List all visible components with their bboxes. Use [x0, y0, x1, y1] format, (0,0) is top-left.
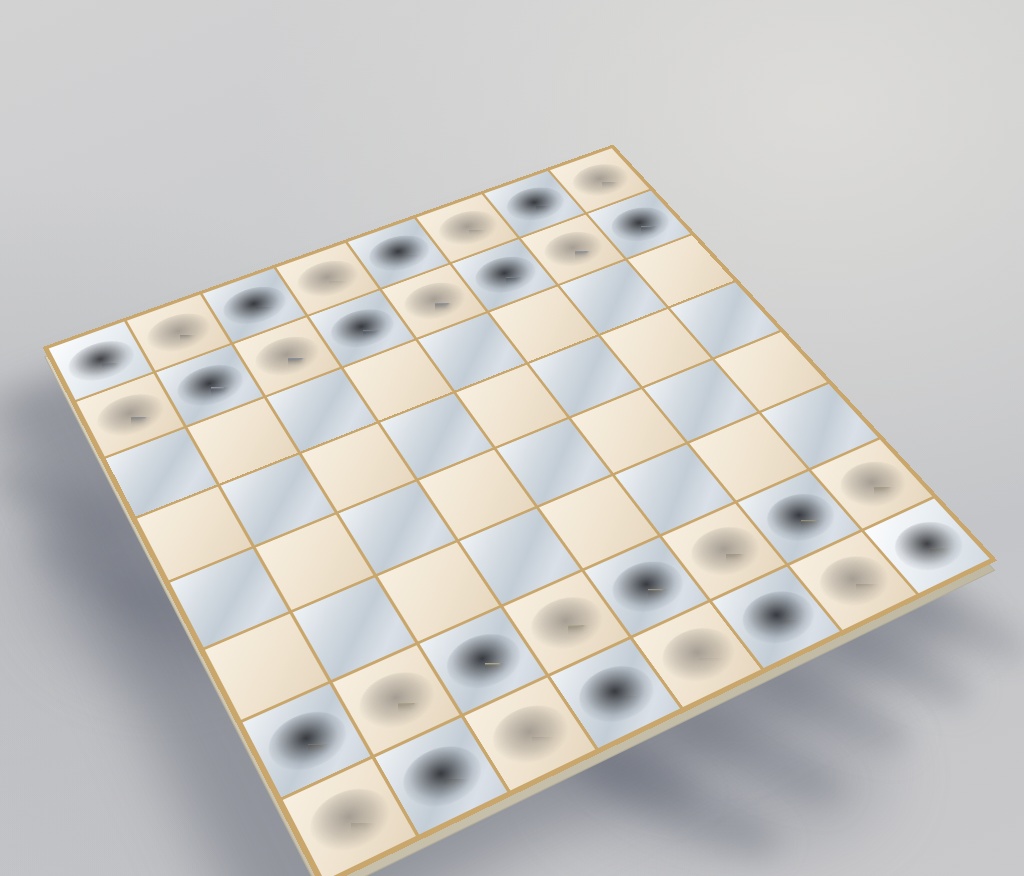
square-a7[interactable]: ♟ — [76, 373, 183, 456]
square-h4[interactable] — [715, 332, 828, 411]
photo-scene: Angled overhead photo of a designer ches… — [0, 0, 1024, 876]
rook-glyph: ♜ — [262, 769, 441, 831]
